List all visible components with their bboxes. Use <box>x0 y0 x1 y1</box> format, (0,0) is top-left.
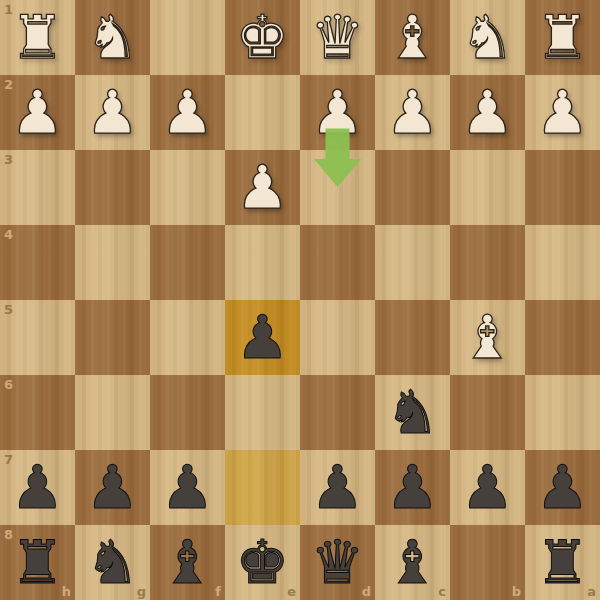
white-rook-h1[interactable]: ♜ <box>0 0 75 75</box>
black-bishop-f8[interactable]: ♝ <box>150 525 225 600</box>
white-pawn-f2[interactable]: ♟ <box>150 75 225 150</box>
square-b7[interactable]: ♟ <box>450 450 525 525</box>
square-a4[interactable] <box>525 225 600 300</box>
white-king-e1[interactable]: ♚ <box>225 0 300 75</box>
black-pawn-d7[interactable]: ♟ <box>300 450 375 525</box>
black-pawn-e5[interactable]: ♟ <box>225 300 300 375</box>
white-knight-g1[interactable]: ♞ <box>75 0 150 75</box>
square-g6[interactable] <box>75 375 150 450</box>
square-b6[interactable] <box>450 375 525 450</box>
square-f6[interactable] <box>150 375 225 450</box>
square-a6[interactable] <box>525 375 600 450</box>
square-a5[interactable] <box>525 300 600 375</box>
white-pawn-d2[interactable]: ♟ <box>300 75 375 150</box>
black-knight-g8[interactable]: ♞ <box>75 525 150 600</box>
square-h3[interactable]: 3 <box>0 150 75 225</box>
square-e8[interactable]: e♚ <box>225 525 300 600</box>
square-e3[interactable]: ♟ <box>225 150 300 225</box>
square-b8[interactable]: b <box>450 525 525 600</box>
square-h4[interactable]: 4 <box>0 225 75 300</box>
rank-label-3: 3 <box>4 152 13 167</box>
square-b3[interactable] <box>450 150 525 225</box>
black-king-e8[interactable]: ♚ <box>225 525 300 600</box>
square-b1[interactable]: ♞ <box>450 0 525 75</box>
square-e5[interactable]: ♟ <box>225 300 300 375</box>
square-a3[interactable] <box>525 150 600 225</box>
square-e1[interactable]: ♚ <box>225 0 300 75</box>
square-e7[interactable] <box>225 450 300 525</box>
white-knight-b1[interactable]: ♞ <box>450 0 525 75</box>
square-c7[interactable]: ♟ <box>375 450 450 525</box>
square-f3[interactable] <box>150 150 225 225</box>
square-g4[interactable] <box>75 225 150 300</box>
square-c4[interactable] <box>375 225 450 300</box>
black-pawn-b7[interactable]: ♟ <box>450 450 525 525</box>
square-e2[interactable] <box>225 75 300 150</box>
square-c3[interactable] <box>375 150 450 225</box>
rank-label-6: 6 <box>4 377 13 392</box>
file-label-b: b <box>512 584 521 599</box>
white-queen-d1[interactable]: ♛ <box>300 0 375 75</box>
white-bishop-b5[interactable]: ♝ <box>450 300 525 375</box>
square-g5[interactable] <box>75 300 150 375</box>
black-knight-c6[interactable]: ♞ <box>375 375 450 450</box>
black-bishop-c8[interactable]: ♝ <box>375 525 450 600</box>
square-h7[interactable]: 7♟ <box>0 450 75 525</box>
square-b2[interactable]: ♟ <box>450 75 525 150</box>
square-g1[interactable]: ♞ <box>75 0 150 75</box>
chess-board-container: 1♜♞♚♛♝♞♜2♟♟♟♟♟♟♟3♟45♟♝6♞7♟♟♟♟♟♟♟8h♜g♞f♝e… <box>0 0 600 600</box>
white-pawn-g2[interactable]: ♟ <box>75 75 150 150</box>
square-h5[interactable]: 5 <box>0 300 75 375</box>
square-f4[interactable] <box>150 225 225 300</box>
white-pawn-b2[interactable]: ♟ <box>450 75 525 150</box>
square-e6[interactable] <box>225 375 300 450</box>
square-b5[interactable]: ♝ <box>450 300 525 375</box>
square-f2[interactable]: ♟ <box>150 75 225 150</box>
square-c2[interactable]: ♟ <box>375 75 450 150</box>
square-a8[interactable]: a♜ <box>525 525 600 600</box>
square-h6[interactable]: 6 <box>0 375 75 450</box>
square-d4[interactable] <box>300 225 375 300</box>
square-b4[interactable] <box>450 225 525 300</box>
square-d1[interactable]: ♛ <box>300 0 375 75</box>
square-c5[interactable] <box>375 300 450 375</box>
black-pawn-h7[interactable]: ♟ <box>0 450 75 525</box>
white-pawn-a2[interactable]: ♟ <box>525 75 600 150</box>
square-d8[interactable]: d♛ <box>300 525 375 600</box>
square-d6[interactable] <box>300 375 375 450</box>
square-d3[interactable] <box>300 150 375 225</box>
square-c1[interactable]: ♝ <box>375 0 450 75</box>
black-rook-h8[interactable]: ♜ <box>0 525 75 600</box>
white-pawn-e3[interactable]: ♟ <box>225 150 300 225</box>
rank-label-4: 4 <box>4 227 13 242</box>
square-h1[interactable]: 1♜ <box>0 0 75 75</box>
square-g8[interactable]: g♞ <box>75 525 150 600</box>
white-bishop-c1[interactable]: ♝ <box>375 0 450 75</box>
white-rook-a1[interactable]: ♜ <box>525 0 600 75</box>
black-pawn-a7[interactable]: ♟ <box>525 450 600 525</box>
square-h2[interactable]: 2♟ <box>0 75 75 150</box>
square-c6[interactable]: ♞ <box>375 375 450 450</box>
black-rook-a8[interactable]: ♜ <box>525 525 600 600</box>
square-d7[interactable]: ♟ <box>300 450 375 525</box>
square-h8[interactable]: 8h♜ <box>0 525 75 600</box>
square-d5[interactable] <box>300 300 375 375</box>
square-f1[interactable] <box>150 0 225 75</box>
square-e4[interactable] <box>225 225 300 300</box>
white-pawn-c2[interactable]: ♟ <box>375 75 450 150</box>
square-a1[interactable]: ♜ <box>525 0 600 75</box>
square-c8[interactable]: c♝ <box>375 525 450 600</box>
black-pawn-c7[interactable]: ♟ <box>375 450 450 525</box>
square-f8[interactable]: f♝ <box>150 525 225 600</box>
square-g7[interactable]: ♟ <box>75 450 150 525</box>
chess-board[interactable]: 1♜♞♚♛♝♞♜2♟♟♟♟♟♟♟3♟45♟♝6♞7♟♟♟♟♟♟♟8h♜g♞f♝e… <box>0 0 600 600</box>
square-g3[interactable] <box>75 150 150 225</box>
square-a7[interactable]: ♟ <box>525 450 600 525</box>
black-queen-d8[interactable]: ♛ <box>300 525 375 600</box>
black-pawn-g7[interactable]: ♟ <box>75 450 150 525</box>
white-pawn-h2[interactable]: ♟ <box>0 75 75 150</box>
rank-label-5: 5 <box>4 302 13 317</box>
square-g2[interactable]: ♟ <box>75 75 150 150</box>
square-f5[interactable] <box>150 300 225 375</box>
square-d2[interactable]: ♟ <box>300 75 375 150</box>
square-a2[interactable]: ♟ <box>525 75 600 150</box>
square-f7[interactable]: ♟ <box>150 450 225 525</box>
black-pawn-f7[interactable]: ♟ <box>150 450 225 525</box>
